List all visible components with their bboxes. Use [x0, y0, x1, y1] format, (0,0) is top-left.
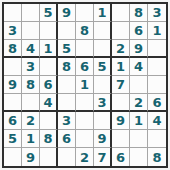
cell-r5c8[interactable] — [130, 76, 148, 94]
cell-r1c2[interactable] — [22, 4, 40, 22]
sudoku-board: 5918338618415293865149861743266239145186… — [2, 2, 168, 168]
cell-r4c1[interactable] — [4, 58, 22, 76]
cell-r9c8[interactable] — [130, 148, 148, 166]
cell-r6c3[interactable]: 4 — [40, 94, 58, 112]
cell-r6c8[interactable]: 2 — [130, 94, 148, 112]
cell-r3c1[interactable]: 8 — [4, 40, 22, 58]
cell-r7c1[interactable]: 6 — [4, 112, 22, 130]
cell-r7c2[interactable]: 2 — [22, 112, 40, 130]
cell-r8c6[interactable]: 9 — [94, 130, 112, 148]
cell-r8c7[interactable] — [112, 130, 130, 148]
cell-r3c4[interactable]: 5 — [58, 40, 76, 58]
cell-r5c2[interactable]: 8 — [22, 76, 40, 94]
cell-r2c9[interactable]: 1 — [148, 22, 166, 40]
cell-r8c8[interactable] — [130, 130, 148, 148]
cell-r7c3[interactable] — [40, 112, 58, 130]
cell-r4c3[interactable] — [40, 58, 58, 76]
cell-r6c9[interactable]: 6 — [148, 94, 166, 112]
cell-r3c7[interactable]: 2 — [112, 40, 130, 58]
cell-r1c7[interactable] — [112, 4, 130, 22]
cell-r7c6[interactable] — [94, 112, 112, 130]
cell-r1c4[interactable]: 9 — [58, 4, 76, 22]
cell-r4c9[interactable] — [148, 58, 166, 76]
cell-r1c6[interactable]: 1 — [94, 4, 112, 22]
cell-r6c1[interactable] — [4, 94, 22, 112]
cell-r1c9[interactable]: 3 — [148, 4, 166, 22]
cell-r1c3[interactable]: 5 — [40, 4, 58, 22]
cell-r6c6[interactable]: 3 — [94, 94, 112, 112]
cell-r9c1[interactable] — [4, 148, 22, 166]
cell-r5c1[interactable]: 9 — [4, 76, 22, 94]
cell-r8c5[interactable] — [76, 130, 94, 148]
cell-r5c5[interactable]: 1 — [76, 76, 94, 94]
cell-r8c2[interactable]: 1 — [22, 130, 40, 148]
cell-r8c4[interactable]: 6 — [58, 130, 76, 148]
cell-r3c5[interactable] — [76, 40, 94, 58]
cell-r2c5[interactable]: 8 — [76, 22, 94, 40]
cell-r3c9[interactable] — [148, 40, 166, 58]
cell-r2c7[interactable] — [112, 22, 130, 40]
cell-r8c1[interactable]: 5 — [4, 130, 22, 148]
cell-r2c6[interactable] — [94, 22, 112, 40]
cell-r9c2[interactable]: 9 — [22, 148, 40, 166]
cell-r1c8[interactable]: 8 — [130, 4, 148, 22]
cell-r7c4[interactable]: 3 — [58, 112, 76, 130]
cell-r8c3[interactable]: 8 — [40, 130, 58, 148]
cell-r9c7[interactable]: 6 — [112, 148, 130, 166]
cell-r2c2[interactable] — [22, 22, 40, 40]
cell-r6c7[interactable] — [112, 94, 130, 112]
cell-r2c3[interactable] — [40, 22, 58, 40]
cell-r2c8[interactable]: 6 — [130, 22, 148, 40]
cell-r9c5[interactable]: 2 — [76, 148, 94, 166]
cell-r2c4[interactable] — [58, 22, 76, 40]
cell-r3c2[interactable]: 4 — [22, 40, 40, 58]
cell-r5c9[interactable] — [148, 76, 166, 94]
cell-r6c5[interactable] — [76, 94, 94, 112]
cell-r6c4[interactable] — [58, 94, 76, 112]
cell-r2c1[interactable]: 3 — [4, 22, 22, 40]
cell-r1c5[interactable] — [76, 4, 94, 22]
cell-r3c6[interactable] — [94, 40, 112, 58]
cell-r1c1[interactable] — [4, 4, 22, 22]
cell-r4c7[interactable]: 1 — [112, 58, 130, 76]
cell-r7c8[interactable]: 1 — [130, 112, 148, 130]
cell-r6c2[interactable] — [22, 94, 40, 112]
cell-r5c7[interactable]: 7 — [112, 76, 130, 94]
cell-r9c3[interactable] — [40, 148, 58, 166]
cell-r7c7[interactable]: 9 — [112, 112, 130, 130]
cell-r4c8[interactable]: 4 — [130, 58, 148, 76]
cell-r7c5[interactable] — [76, 112, 94, 130]
cell-r9c6[interactable]: 7 — [94, 148, 112, 166]
cell-r3c3[interactable]: 1 — [40, 40, 58, 58]
cell-r5c3[interactable]: 6 — [40, 76, 58, 94]
cell-r9c9[interactable]: 8 — [148, 148, 166, 166]
cell-r4c2[interactable]: 3 — [22, 58, 40, 76]
cell-r4c5[interactable]: 6 — [76, 58, 94, 76]
cell-r7c9[interactable]: 4 — [148, 112, 166, 130]
cell-r5c4[interactable] — [58, 76, 76, 94]
cell-r5c6[interactable] — [94, 76, 112, 94]
cell-r4c4[interactable]: 8 — [58, 58, 76, 76]
cell-r3c8[interactable]: 9 — [130, 40, 148, 58]
cell-r8c9[interactable] — [148, 130, 166, 148]
cell-r9c4[interactable] — [58, 148, 76, 166]
cell-r4c6[interactable]: 5 — [94, 58, 112, 76]
